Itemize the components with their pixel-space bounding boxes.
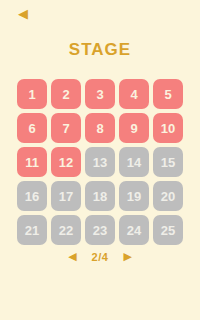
stage-grid: 1234567891011121314151617181920212223242… [17, 79, 183, 245]
stage-tile-22[interactable]: 22 [51, 215, 81, 245]
stage-tile-3[interactable]: 3 [85, 79, 115, 109]
page-indicator: 2/4 [92, 251, 109, 263]
prev-page-icon[interactable]: ◀ [66, 249, 78, 264]
stage-tile-10[interactable]: 10 [153, 113, 183, 143]
stage-tile-13[interactable]: 13 [85, 147, 115, 177]
stage-tile-8[interactable]: 8 [85, 113, 115, 143]
stage-tile-9[interactable]: 9 [119, 113, 149, 143]
stage-tile-20[interactable]: 20 [153, 181, 183, 211]
stage-tile-14[interactable]: 14 [119, 147, 149, 177]
stage-tile-4[interactable]: 4 [119, 79, 149, 109]
pagination: ◀ 2/4 ▶ [0, 249, 200, 264]
stage-tile-2[interactable]: 2 [51, 79, 81, 109]
stage-tile-17[interactable]: 17 [51, 181, 81, 211]
next-page-icon[interactable]: ▶ [121, 249, 133, 264]
stage-tile-24[interactable]: 24 [119, 215, 149, 245]
stage-tile-23[interactable]: 23 [85, 215, 115, 245]
stage-tile-7[interactable]: 7 [51, 113, 81, 143]
stage-tile-18[interactable]: 18 [85, 181, 115, 211]
stage-tile-11[interactable]: 11 [17, 147, 47, 177]
stage-tile-15[interactable]: 15 [153, 147, 183, 177]
stage-tile-6[interactable]: 6 [17, 113, 47, 143]
stage-tile-16[interactable]: 16 [17, 181, 47, 211]
page-title: STAGE [0, 40, 200, 60]
back-icon[interactable]: ◀ [16, 5, 30, 22]
stage-tile-1[interactable]: 1 [17, 79, 47, 109]
stage-tile-12[interactable]: 12 [51, 147, 81, 177]
stage-tile-5[interactable]: 5 [153, 79, 183, 109]
stage-tile-19[interactable]: 19 [119, 181, 149, 211]
stage-tile-25[interactable]: 25 [153, 215, 183, 245]
stage-tile-21[interactable]: 21 [17, 215, 47, 245]
